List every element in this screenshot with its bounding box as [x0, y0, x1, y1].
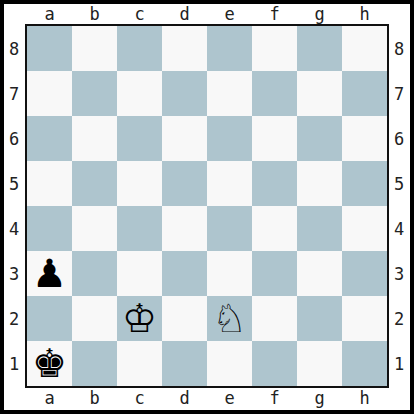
square-g7[interactable] [297, 71, 342, 116]
square-d5[interactable] [162, 161, 207, 206]
square-d3[interactable] [162, 251, 207, 296]
chess-board: ♟♔♘♚ [25, 24, 389, 388]
rank-label-1: 1 [4, 341, 24, 386]
square-f2[interactable] [252, 296, 297, 341]
chessboard-frame: abcdefgh abcdefgh 87654321 87654321 ♟♔♘♚ [0, 0, 414, 414]
square-h7[interactable] [342, 71, 387, 116]
square-c5[interactable] [117, 161, 162, 206]
square-f4[interactable] [252, 206, 297, 251]
file-label-g: g [297, 386, 342, 408]
rank-label-6: 6 [388, 116, 410, 161]
file-label-g: g [297, 4, 342, 24]
file-label-f: f [252, 4, 297, 24]
square-b7[interactable] [72, 71, 117, 116]
square-g2[interactable] [297, 296, 342, 341]
file-label-d: d [162, 4, 207, 24]
square-b2[interactable] [72, 296, 117, 341]
square-f3[interactable] [252, 251, 297, 296]
square-b1[interactable] [72, 341, 117, 386]
square-h1[interactable] [342, 341, 387, 386]
rank-label-4: 4 [388, 206, 410, 251]
square-a5[interactable] [27, 161, 72, 206]
square-h3[interactable] [342, 251, 387, 296]
file-label-e: e [207, 4, 252, 24]
square-b8[interactable] [72, 26, 117, 71]
square-g3[interactable] [297, 251, 342, 296]
square-e7[interactable] [207, 71, 252, 116]
square-c8[interactable] [117, 26, 162, 71]
square-c2[interactable]: ♔ [117, 296, 162, 341]
square-c6[interactable] [117, 116, 162, 161]
square-a4[interactable] [27, 206, 72, 251]
rank-label-2: 2 [4, 296, 24, 341]
square-d1[interactable] [162, 341, 207, 386]
square-d4[interactable] [162, 206, 207, 251]
square-f6[interactable] [252, 116, 297, 161]
rank-label-5: 5 [4, 161, 24, 206]
rank-label-3: 3 [388, 251, 410, 296]
rank-label-2: 2 [388, 296, 410, 341]
square-e3[interactable] [207, 251, 252, 296]
rank-labels-left: 87654321 [4, 26, 24, 386]
rank-label-5: 5 [388, 161, 410, 206]
square-a8[interactable] [27, 26, 72, 71]
file-label-c: c [117, 4, 162, 24]
square-b3[interactable] [72, 251, 117, 296]
file-label-a: a [27, 4, 72, 24]
square-c3[interactable] [117, 251, 162, 296]
file-label-e: e [207, 386, 252, 408]
square-e8[interactable] [207, 26, 252, 71]
rank-label-1: 1 [388, 341, 410, 386]
piece-black-king-a1: ♚ [27, 341, 72, 386]
piece-black-pawn-a3: ♟ [27, 251, 72, 296]
square-g8[interactable] [297, 26, 342, 71]
square-c1[interactable] [117, 341, 162, 386]
square-b5[interactable] [72, 161, 117, 206]
file-label-f: f [252, 386, 297, 408]
square-g1[interactable] [297, 341, 342, 386]
square-a6[interactable] [27, 116, 72, 161]
piece-white-king-c2: ♔ [117, 296, 162, 341]
file-label-d: d [162, 386, 207, 408]
square-g5[interactable] [297, 161, 342, 206]
square-e4[interactable] [207, 206, 252, 251]
square-e5[interactable] [207, 161, 252, 206]
rank-label-3: 3 [4, 251, 24, 296]
square-d7[interactable] [162, 71, 207, 116]
square-e6[interactable] [207, 116, 252, 161]
square-h5[interactable] [342, 161, 387, 206]
rank-label-8: 8 [4, 26, 24, 71]
square-d2[interactable] [162, 296, 207, 341]
square-d6[interactable] [162, 116, 207, 161]
file-label-b: b [72, 4, 117, 24]
rank-label-7: 7 [4, 71, 24, 116]
square-f1[interactable] [252, 341, 297, 386]
square-e1[interactable] [207, 341, 252, 386]
square-f7[interactable] [252, 71, 297, 116]
square-h6[interactable] [342, 116, 387, 161]
file-label-b: b [72, 386, 117, 408]
file-label-h: h [342, 4, 387, 24]
square-b4[interactable] [72, 206, 117, 251]
square-a7[interactable] [27, 71, 72, 116]
square-a2[interactable] [27, 296, 72, 341]
piece-white-knight-e2: ♘ [207, 296, 252, 341]
square-f8[interactable] [252, 26, 297, 71]
square-h2[interactable] [342, 296, 387, 341]
file-labels-top: abcdefgh [27, 4, 387, 24]
square-c4[interactable] [117, 206, 162, 251]
file-label-h: h [342, 386, 387, 408]
square-a3[interactable]: ♟ [27, 251, 72, 296]
file-label-a: a [27, 386, 72, 408]
square-f5[interactable] [252, 161, 297, 206]
square-c7[interactable] [117, 71, 162, 116]
square-g6[interactable] [297, 116, 342, 161]
rank-label-7: 7 [388, 71, 410, 116]
square-e2[interactable]: ♘ [207, 296, 252, 341]
file-labels-bottom: abcdefgh [27, 386, 387, 408]
square-g4[interactable] [297, 206, 342, 251]
rank-labels-right: 87654321 [388, 26, 410, 386]
rank-label-6: 6 [4, 116, 24, 161]
square-b6[interactable] [72, 116, 117, 161]
rank-label-8: 8 [388, 26, 410, 71]
square-d8[interactable] [162, 26, 207, 71]
rank-label-4: 4 [4, 206, 24, 251]
file-label-c: c [117, 386, 162, 408]
square-h4[interactable] [342, 206, 387, 251]
square-h8[interactable] [342, 26, 387, 71]
square-a1[interactable]: ♚ [27, 341, 72, 386]
